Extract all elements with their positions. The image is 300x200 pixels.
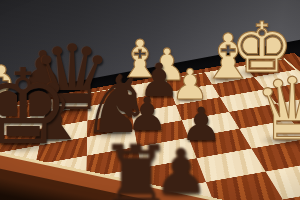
- dark-king[interactable]: ♚: [0, 55, 70, 159]
- white-queen-right-edge[interactable]: ♛: [253, 66, 300, 152]
- chess-photo-scene: ♝♚♟♝♛♞♝♟♟♟♟♜♟♟♝♚♛: [0, 0, 300, 200]
- dark-rook-foreground[interactable]: ♜: [98, 134, 173, 200]
